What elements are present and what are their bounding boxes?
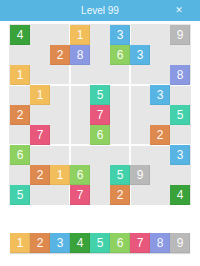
cell-r1-c6[interactable]: 3: [110, 25, 130, 45]
cell-r1-c7[interactable]: [130, 25, 150, 45]
cell-r5-c4[interactable]: [70, 105, 90, 125]
cell-r9-c2[interactable]: [30, 185, 50, 205]
tray-tile-3[interactable]: 3: [50, 233, 70, 253]
cell-r3-c4[interactable]: [70, 65, 90, 85]
cell-r1-c1[interactable]: 4: [10, 25, 30, 45]
sudoku-board-cells: 413928631815327576263216595724: [10, 25, 190, 205]
cell-r2-c2[interactable]: [30, 45, 50, 65]
tray-tile-5[interactable]: 5: [90, 233, 110, 253]
cell-r4-c7[interactable]: [130, 85, 150, 105]
cell-r9-c7[interactable]: [130, 185, 150, 205]
cell-r1-c5[interactable]: [90, 25, 110, 45]
cell-r6-c8[interactable]: 2: [150, 125, 170, 145]
cell-r3-c8[interactable]: [150, 65, 170, 85]
header-bar: Level 99 ✕: [0, 0, 200, 21]
cell-r3-c6[interactable]: [110, 65, 130, 85]
cell-r9-c6[interactable]: 2: [110, 185, 130, 205]
cell-r3-c3[interactable]: [50, 65, 70, 85]
cell-r5-c7[interactable]: [130, 105, 150, 125]
cell-r7-c6[interactable]: [110, 145, 130, 165]
cell-r5-c9[interactable]: 5: [170, 105, 190, 125]
tray-tile-6[interactable]: 6: [110, 233, 130, 253]
cell-r8-c2[interactable]: 2: [30, 165, 50, 185]
tray-tile-4[interactable]: 4: [70, 233, 90, 253]
cell-r3-c1[interactable]: 1: [10, 65, 30, 85]
close-button[interactable]: ✕: [172, 0, 186, 21]
number-tray: 123456789: [10, 233, 190, 253]
sudoku-board: 413928631815327576263216595724: [9, 24, 191, 205]
tray-tile-1[interactable]: 1: [10, 233, 30, 253]
cell-r2-c3[interactable]: 2: [50, 45, 70, 65]
cell-r9-c3[interactable]: [50, 185, 70, 205]
cell-r9-c4[interactable]: 7: [70, 185, 90, 205]
cell-r6-c1[interactable]: [10, 125, 30, 145]
cell-r7-c7[interactable]: [130, 145, 150, 165]
cell-r4-c1[interactable]: [10, 85, 30, 105]
cell-r4-c4[interactable]: [70, 85, 90, 105]
level-title: Level 99: [0, 0, 200, 21]
cell-r2-c9[interactable]: [170, 45, 190, 65]
cell-r8-c3[interactable]: 1: [50, 165, 70, 185]
cell-r6-c5[interactable]: 6: [90, 125, 110, 145]
cell-r2-c8[interactable]: [150, 45, 170, 65]
cell-r7-c4[interactable]: [70, 145, 90, 165]
cell-r7-c3[interactable]: [50, 145, 70, 165]
cell-r3-c5[interactable]: [90, 65, 110, 85]
cell-r7-c2[interactable]: [30, 145, 50, 165]
cell-r9-c9[interactable]: 4: [170, 185, 190, 205]
tray-tile-9[interactable]: 9: [170, 233, 190, 253]
cell-r3-c9[interactable]: 8: [170, 65, 190, 85]
cell-r4-c2[interactable]: 1: [30, 85, 50, 105]
cell-r6-c3[interactable]: [50, 125, 70, 145]
cell-r1-c8[interactable]: [150, 25, 170, 45]
cell-r2-c7[interactable]: 3: [130, 45, 150, 65]
cell-r7-c5[interactable]: [90, 145, 110, 165]
cell-r4-c6[interactable]: [110, 85, 130, 105]
cell-r5-c3[interactable]: [50, 105, 70, 125]
cell-r8-c6[interactable]: 5: [110, 165, 130, 185]
cell-r1-c3[interactable]: [50, 25, 70, 45]
cell-r9-c5[interactable]: [90, 185, 110, 205]
cell-r9-c8[interactable]: [150, 185, 170, 205]
cell-r8-c5[interactable]: [90, 165, 110, 185]
cell-r2-c6[interactable]: 6: [110, 45, 130, 65]
cell-r9-c1[interactable]: 5: [10, 185, 30, 205]
cell-r5-c1[interactable]: 2: [10, 105, 30, 125]
close-icon: ✕: [175, 5, 183, 15]
cell-r8-c7[interactable]: 9: [130, 165, 150, 185]
cell-r6-c7[interactable]: [130, 125, 150, 145]
cell-r1-c9[interactable]: 9: [170, 25, 190, 45]
cell-r6-c2[interactable]: 7: [30, 125, 50, 145]
cell-r4-c3[interactable]: [50, 85, 70, 105]
cell-r8-c4[interactable]: 6: [70, 165, 90, 185]
cell-r2-c1[interactable]: [10, 45, 30, 65]
cell-r4-c8[interactable]: 3: [150, 85, 170, 105]
cell-r8-c1[interactable]: [10, 165, 30, 185]
tray-tile-7[interactable]: 7: [130, 233, 150, 253]
cell-r8-c8[interactable]: [150, 165, 170, 185]
cell-r1-c2[interactable]: [30, 25, 50, 45]
cell-r7-c9[interactable]: 3: [170, 145, 190, 165]
cell-r1-c4[interactable]: 1: [70, 25, 90, 45]
tray-tile-8[interactable]: 8: [150, 233, 170, 253]
tray-tile-2[interactable]: 2: [30, 233, 50, 253]
cell-r3-c2[interactable]: [30, 65, 50, 85]
cell-r2-c4[interactable]: 8: [70, 45, 90, 65]
cell-r4-c9[interactable]: [170, 85, 190, 105]
cell-r8-c9[interactable]: [170, 165, 190, 185]
cell-r5-c2[interactable]: [30, 105, 50, 125]
cell-r5-c6[interactable]: [110, 105, 130, 125]
cell-r6-c6[interactable]: [110, 125, 130, 145]
cell-r5-c8[interactable]: [150, 105, 170, 125]
cell-r5-c5[interactable]: 7: [90, 105, 110, 125]
cell-r2-c5[interactable]: [90, 45, 110, 65]
cell-r4-c5[interactable]: 5: [90, 85, 110, 105]
cell-r7-c1[interactable]: 6: [10, 145, 30, 165]
cell-r6-c9[interactable]: [170, 125, 190, 145]
cell-r7-c8[interactable]: [150, 145, 170, 165]
cell-r6-c4[interactable]: [70, 125, 90, 145]
cell-r3-c7[interactable]: [130, 65, 150, 85]
